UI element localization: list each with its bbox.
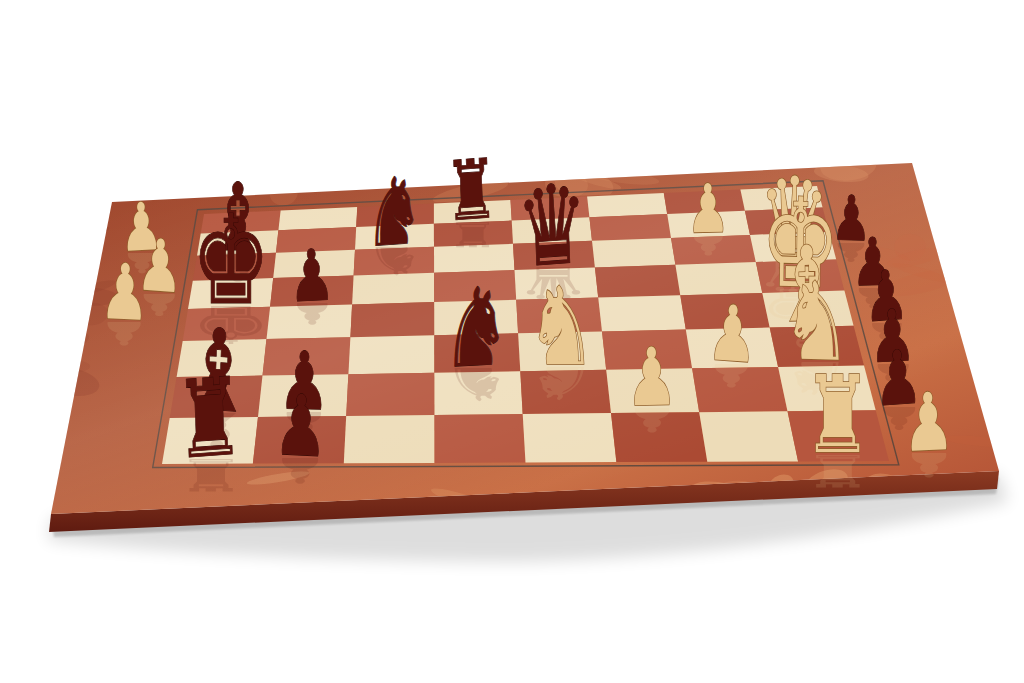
captured-light-pawn-3: ♟ xyxy=(99,247,151,339)
piece-dark-knight-c7: ♞ xyxy=(362,156,426,268)
piece-dark-pawn-b5: ♟ xyxy=(288,234,336,319)
piece-dark-rook-d8: ♜ xyxy=(443,141,499,240)
piece-light-pawn-g3: ♟ xyxy=(706,288,759,381)
captured-light-pawn-9: ♟ xyxy=(901,374,955,469)
scene: ♜♟♟♞♟♝♛♛♟♚♟♟♚♟♟♝♞♟♟♞♞♟♟♟♝♟♜♟♜♜♟♟♞♟♝♛♛♟♚♟… xyxy=(0,0,1024,683)
piece-light-rook-h1: ♜ xyxy=(803,352,872,477)
piece-dark-knight-d3: ♞ xyxy=(439,264,512,392)
chess-board-photo: ♜♟♟♞♟♝♛♛♟♚♟♟♚♟♟♝♞♟♟♞♞♟♟♟♝♟♜♟♜♜♟♟♞♟♝♛♛♟♚♟… xyxy=(0,0,1024,683)
piece-light-pawn-f2: ♟ xyxy=(625,330,678,424)
piece-dark-pawn-b1: ♟ xyxy=(273,376,330,476)
piece-light-pawn-g7: ♟ xyxy=(686,170,730,249)
piece-dark-rook-a1: ♜ xyxy=(172,353,246,483)
piece-light-knight-e3: ♞ xyxy=(527,264,597,389)
